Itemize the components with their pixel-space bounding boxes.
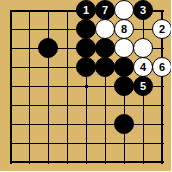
board-point[interactable]	[134, 115, 153, 134]
go-board: 17382465	[1, 1, 172, 172]
board-point[interactable]	[1, 96, 20, 115]
move-number: 8	[121, 24, 127, 35]
board-point[interactable]	[96, 58, 115, 77]
board-point[interactable]	[115, 115, 134, 134]
move-number: 7	[102, 5, 108, 16]
board-point[interactable]	[39, 115, 58, 134]
board-point[interactable]	[96, 39, 115, 58]
board-point[interactable]	[20, 96, 39, 115]
white-stone[interactable]: 8	[114, 19, 134, 39]
move-number: 6	[159, 62, 165, 73]
board-point[interactable]	[20, 58, 39, 77]
white-stone[interactable]: 4	[133, 57, 153, 77]
board-point[interactable]	[39, 96, 58, 115]
board-point[interactable]	[153, 96, 172, 115]
move-number: 5	[140, 81, 146, 92]
board-point[interactable]	[39, 153, 58, 172]
board-point[interactable]	[77, 58, 96, 77]
black-stone[interactable]	[114, 76, 134, 96]
board-point[interactable]	[96, 153, 115, 172]
go-diagram: 17382465	[0, 0, 171, 171]
board-point[interactable]	[39, 1, 58, 20]
white-stone[interactable]	[95, 19, 115, 39]
board-point[interactable]	[134, 134, 153, 153]
board-point[interactable]	[96, 96, 115, 115]
black-stone[interactable]	[114, 114, 134, 134]
board-point[interactable]	[39, 39, 58, 58]
board-point[interactable]	[115, 77, 134, 96]
board-point[interactable]	[1, 1, 20, 20]
board-point[interactable]	[77, 134, 96, 153]
board-point[interactable]	[77, 20, 96, 39]
board-point[interactable]	[153, 77, 172, 96]
black-stone[interactable]	[38, 38, 58, 58]
board-point[interactable]: 6	[153, 58, 172, 77]
move-number: 2	[159, 24, 165, 35]
board-point[interactable]	[39, 77, 58, 96]
board-point[interactable]	[1, 115, 20, 134]
board-point[interactable]	[96, 115, 115, 134]
move-number: 4	[140, 62, 146, 73]
star-point	[85, 85, 88, 88]
board-point[interactable]	[39, 20, 58, 39]
board-point[interactable]	[115, 96, 134, 115]
board-point[interactable]	[96, 20, 115, 39]
board-point[interactable]: 3	[134, 1, 153, 20]
board-point[interactable]	[1, 77, 20, 96]
board-point[interactable]: 5	[134, 77, 153, 96]
board-point[interactable]	[58, 96, 77, 115]
board-point[interactable]	[39, 134, 58, 153]
black-stone[interactable]: 7	[95, 0, 115, 20]
white-stone[interactable]: 2	[152, 19, 171, 39]
board-point[interactable]	[20, 20, 39, 39]
board-point[interactable]	[115, 134, 134, 153]
board-point[interactable]	[20, 1, 39, 20]
board-point[interactable]	[1, 134, 20, 153]
board-point[interactable]	[1, 58, 20, 77]
board-point[interactable]: 2	[153, 20, 172, 39]
board-point[interactable]	[20, 115, 39, 134]
black-stone[interactable]: 5	[133, 76, 153, 96]
white-stone[interactable]	[114, 0, 134, 20]
board-point[interactable]	[153, 39, 172, 58]
board-point[interactable]	[77, 77, 96, 96]
board-point[interactable]: 1	[77, 1, 96, 20]
move-number: 3	[140, 5, 146, 16]
move-number: 1	[83, 5, 89, 16]
board-point[interactable]	[77, 153, 96, 172]
board-point[interactable]	[77, 39, 96, 58]
board-point[interactable]	[153, 1, 172, 20]
black-stone[interactable]	[76, 19, 96, 39]
board-point[interactable]	[20, 153, 39, 172]
board-point[interactable]	[58, 77, 77, 96]
board-point[interactable]	[58, 58, 77, 77]
board-point[interactable]	[77, 96, 96, 115]
board-point[interactable]	[153, 153, 172, 172]
board-point[interactable]	[134, 96, 153, 115]
white-stone[interactable]	[133, 38, 153, 58]
board-point[interactable]: 4	[134, 58, 153, 77]
board-point[interactable]	[1, 153, 20, 172]
board-point[interactable]	[134, 153, 153, 172]
board-point[interactable]	[58, 1, 77, 20]
black-stone[interactable]	[95, 38, 115, 58]
board-point[interactable]	[20, 134, 39, 153]
black-stone[interactable]	[95, 57, 115, 77]
board-point[interactable]: 7	[96, 1, 115, 20]
board-point[interactable]	[77, 115, 96, 134]
board-point[interactable]	[1, 20, 20, 39]
black-stone[interactable]: 3	[133, 0, 153, 20]
board-point[interactable]	[115, 153, 134, 172]
white-stone[interactable]	[114, 38, 134, 58]
board-point[interactable]	[58, 115, 77, 134]
board-point[interactable]	[153, 134, 172, 153]
board-point[interactable]	[134, 20, 153, 39]
board-point[interactable]	[20, 77, 39, 96]
white-stone[interactable]: 6	[152, 57, 171, 77]
board-point[interactable]	[58, 39, 77, 58]
board-point[interactable]	[96, 77, 115, 96]
black-stone[interactable]	[114, 57, 134, 77]
board-point[interactable]	[115, 58, 134, 77]
board-point[interactable]: 8	[115, 20, 134, 39]
board-point[interactable]	[20, 39, 39, 58]
board-point[interactable]	[58, 153, 77, 172]
black-stone[interactable]	[76, 38, 96, 58]
board-point[interactable]	[39, 58, 58, 77]
board-point[interactable]	[115, 1, 134, 20]
board-point[interactable]	[134, 39, 153, 58]
board-point[interactable]	[153, 115, 172, 134]
board-point[interactable]	[58, 20, 77, 39]
board-point[interactable]	[58, 134, 77, 153]
black-stone[interactable]: 1	[76, 0, 96, 20]
board-point[interactable]	[96, 134, 115, 153]
board-point[interactable]	[1, 39, 20, 58]
black-stone[interactable]	[76, 57, 96, 77]
board-point[interactable]	[115, 39, 134, 58]
